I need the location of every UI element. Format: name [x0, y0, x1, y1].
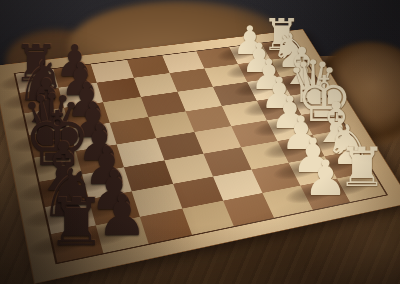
chess-photo-scene: ♜♞♝♛♚♝♞♜♟♟♟♟♟♟♟♟♟♟♟♟♟♟♟♟♜♞♝♛♚♝♞♜	[0, 0, 400, 284]
piece-white-pawn-h2[interactable]: ♟	[303, 154, 347, 203]
piece-black-rook-h8[interactable]: ♜	[47, 189, 106, 255]
